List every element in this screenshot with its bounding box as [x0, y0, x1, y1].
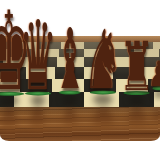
- chess-set-photo: ♚♛♝♞♜♟: [0, 0, 160, 160]
- pawn-glyph: ♟: [149, 61, 160, 88]
- piece-layer: ♚♛♝♞♜♟: [0, 0, 160, 160]
- piece-pawn: ♟: [147, 68, 160, 88]
